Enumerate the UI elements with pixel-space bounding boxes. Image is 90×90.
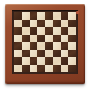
square-0-0: [14, 12, 22, 20]
square-1-2: [30, 20, 38, 28]
square-1-3: [37, 20, 45, 28]
square-6-3: [37, 57, 45, 65]
square-1-1: [22, 20, 30, 28]
square-1-5: [53, 20, 61, 28]
square-5-3: [37, 50, 45, 58]
square-4-1: [22, 42, 30, 50]
square-7-4: [45, 65, 53, 73]
square-4-4: [45, 42, 53, 50]
square-5-6: [61, 50, 69, 58]
square-4-6: [61, 42, 69, 50]
square-6-5: [53, 57, 61, 65]
square-2-7: [68, 27, 76, 35]
wood-knot: [76, 11, 79, 14]
square-4-7: [68, 42, 76, 50]
square-7-1: [22, 65, 30, 73]
square-3-4: [45, 35, 53, 43]
square-7-0: [14, 65, 22, 73]
square-5-1: [22, 50, 30, 58]
square-0-5: [53, 12, 61, 20]
square-5-7: [68, 50, 76, 58]
square-3-2: [30, 35, 38, 43]
square-6-6: [61, 57, 69, 65]
square-4-3: [37, 42, 45, 50]
square-0-7: [68, 12, 76, 20]
square-0-2: [30, 12, 38, 20]
square-1-6: [61, 20, 69, 28]
square-2-0: [14, 27, 22, 35]
square-0-4: [45, 12, 53, 20]
square-6-4: [45, 57, 53, 65]
square-3-6: [61, 35, 69, 43]
square-5-0: [14, 50, 22, 58]
square-3-0: [14, 35, 22, 43]
square-2-4: [45, 27, 53, 35]
square-3-3: [37, 35, 45, 43]
square-3-5: [53, 35, 61, 43]
square-5-5: [53, 50, 61, 58]
square-5-4: [45, 50, 53, 58]
square-1-0: [14, 20, 22, 28]
square-6-0: [14, 57, 22, 65]
square-7-5: [53, 65, 61, 73]
chess-board: [5, 4, 85, 84]
square-3-7: [68, 35, 76, 43]
square-4-0: [14, 42, 22, 50]
square-2-2: [30, 27, 38, 35]
square-0-6: [61, 12, 69, 20]
square-6-7: [68, 57, 76, 65]
square-4-5: [53, 42, 61, 50]
square-2-3: [37, 27, 45, 35]
square-4-2: [30, 42, 38, 50]
square-5-2: [30, 50, 38, 58]
square-0-3: [37, 12, 45, 20]
board-inner-border: [12, 10, 78, 74]
square-2-1: [22, 27, 30, 35]
square-6-1: [22, 57, 30, 65]
square-7-6: [61, 65, 69, 73]
square-7-7: [68, 65, 76, 73]
product-photo-background: [0, 0, 90, 90]
square-7-2: [30, 65, 38, 73]
square-6-2: [30, 57, 38, 65]
square-2-6: [61, 27, 69, 35]
square-0-1: [22, 12, 30, 20]
square-1-4: [45, 20, 53, 28]
square-1-7: [68, 20, 76, 28]
square-7-3: [37, 65, 45, 73]
board-grid: [14, 12, 76, 72]
square-2-5: [53, 27, 61, 35]
square-3-1: [22, 35, 30, 43]
